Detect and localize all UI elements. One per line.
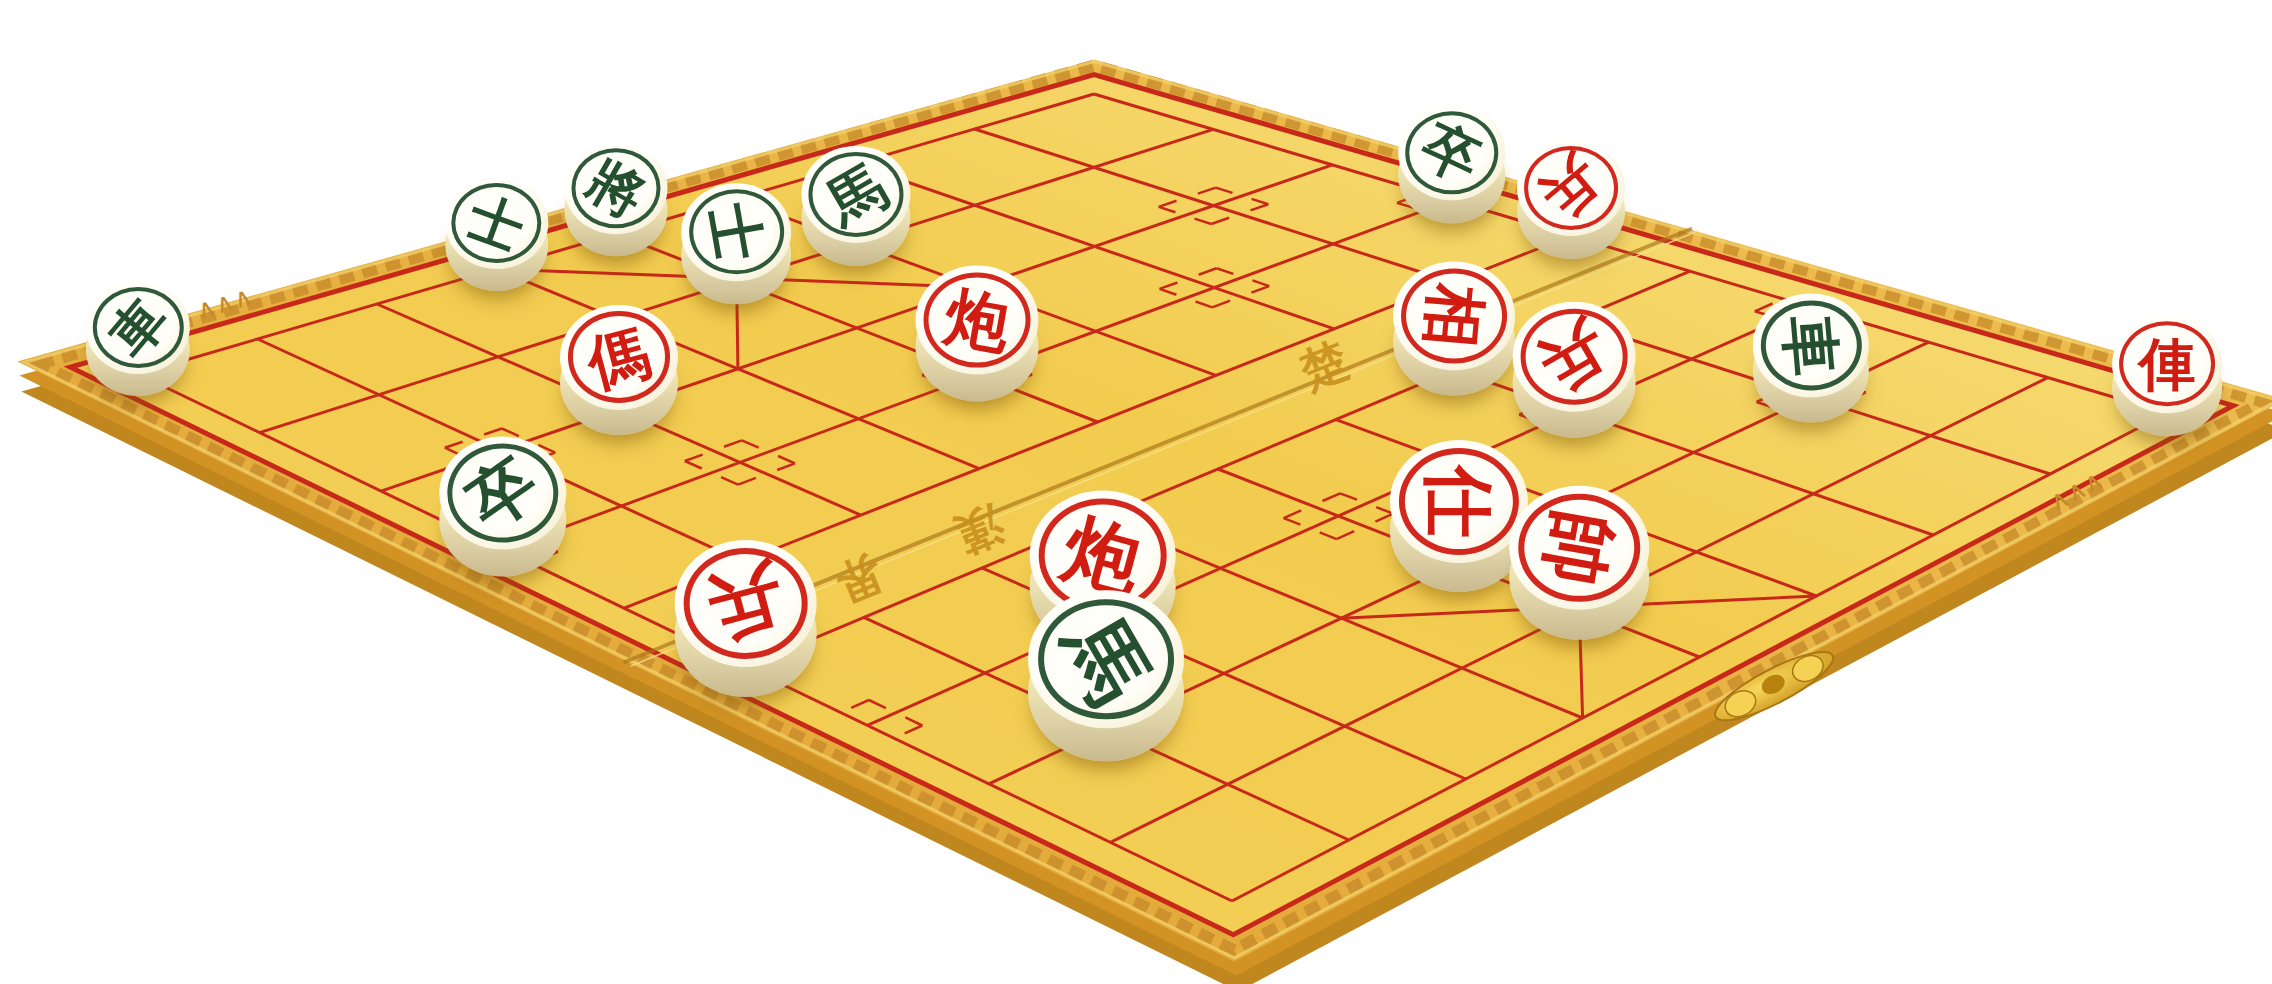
piece-face: 車	[1753, 294, 1869, 398]
piece-face: 馬	[1028, 590, 1184, 729]
piece-character: 兵	[1531, 148, 1610, 227]
piece-red-general-e9[interactable]: 帥	[1509, 486, 1649, 634]
piece-face: 卒	[439, 436, 566, 549]
piece-character: 車	[100, 289, 176, 365]
piece-face: 將	[564, 142, 667, 234]
piece-character: 帥	[1537, 506, 1622, 591]
piece-character: 炮	[940, 283, 1014, 357]
piece-face: 俥	[2112, 315, 2222, 413]
piece-character: 士	[703, 199, 769, 265]
piece-green-chariot-h8[interactable]: 車	[1753, 294, 1869, 417]
piece-face: 士	[445, 177, 548, 269]
piece-character: 將	[579, 151, 653, 225]
piece-red-horse-c3[interactable]: 傌	[560, 304, 678, 429]
piece-character: 馬	[817, 156, 895, 234]
piece-red-chariot-i10[interactable]: 俥	[2112, 315, 2222, 431]
piece-character: 士	[462, 188, 531, 257]
piece-green-horse-f2[interactable]: 馬	[801, 146, 910, 262]
piece-face: 兵	[1517, 140, 1625, 236]
piece-character: 相	[1420, 282, 1488, 350]
piece-green-general-e1[interactable]: 將	[564, 142, 667, 251]
piece-green-horse-b8[interactable]: 馬	[1028, 590, 1184, 755]
piece-face: 車	[86, 281, 190, 374]
piece-green-chariot-a1[interactable]: 車	[86, 281, 190, 392]
piece-green-advisor-e2[interactable]: 士	[682, 183, 792, 299]
piece-face: 仕	[1390, 440, 1528, 563]
piece-character: 俥	[2138, 336, 2195, 393]
piece-character: 炮	[1056, 509, 1149, 602]
piece-red-soldier-a6[interactable]: 兵	[674, 540, 817, 691]
piece-face: 相	[1393, 262, 1515, 371]
piece-green-soldier-a4[interactable]: 卒	[439, 436, 566, 571]
piece-character: 仕	[1423, 465, 1495, 537]
piece-red-soldier-g7[interactable]: 兵	[1512, 302, 1635, 432]
piece-face: 炮	[916, 266, 1039, 375]
piece-face: 帥	[1509, 486, 1649, 610]
piece-green-advisor-d1[interactable]: 士	[445, 177, 548, 287]
piece-face: 傌	[560, 304, 678, 409]
piece-character: 卒	[457, 447, 549, 539]
xiangqi-board-photo: 漢 界楚 河∧∧∧∧∧∧ 卒 將 兵 馬 士 士 相 車 炮	[0, 0, 2272, 984]
piece-face: 士	[682, 183, 792, 281]
piece-face: 兵	[674, 540, 817, 667]
piece-character: 兵	[1530, 313, 1617, 400]
piece-character: 車	[1779, 313, 1844, 378]
piece-face: 兵	[1512, 302, 1635, 411]
piece-character: 兵	[700, 558, 791, 649]
piece-red-elephant-g6[interactable]: 相	[1393, 262, 1515, 391]
piece-face: 馬	[801, 146, 910, 243]
piece-face: 卒	[1398, 105, 1505, 201]
piece-character: 卒	[1414, 115, 1488, 189]
piece-red-advisor-e8[interactable]: 仕	[1390, 440, 1528, 586]
piece-character: 馬	[1051, 604, 1162, 715]
piece-character: 傌	[582, 320, 657, 395]
piece-red-cannon-e4[interactable]: 炮	[916, 266, 1039, 396]
piece-red-soldier-i5[interactable]: 兵	[1517, 140, 1625, 254]
piece-green-soldier-i4[interactable]: 卒	[1398, 105, 1505, 219]
